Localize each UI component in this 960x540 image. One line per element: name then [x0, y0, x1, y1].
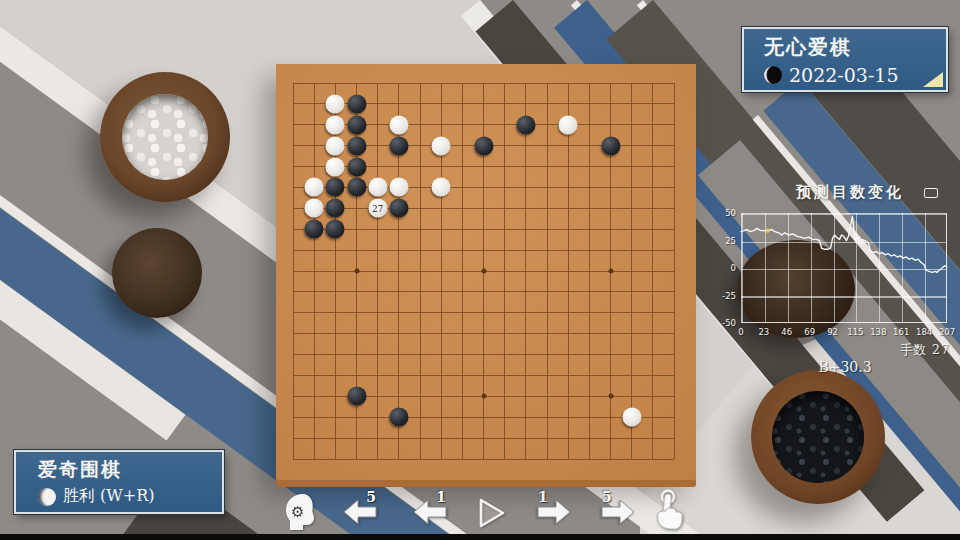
- white-stone: [305, 199, 324, 218]
- bottom-black-strip: [0, 534, 960, 540]
- white-stone: [368, 178, 387, 197]
- star-point: [608, 394, 613, 399]
- white-stone: [326, 136, 345, 155]
- svg-text:⚙: ⚙: [291, 503, 304, 521]
- black-stone: [347, 94, 366, 113]
- white-stone: [432, 136, 451, 155]
- white-stones-pile: [122, 94, 208, 180]
- head-gear-icon: ⚙: [281, 492, 321, 532]
- white-player-name: 爱奇围棋: [38, 457, 222, 483]
- white-stone: [559, 115, 578, 134]
- board-line: [589, 83, 590, 459]
- black-stone: [347, 115, 366, 134]
- board-line: [293, 417, 674, 418]
- replay-toolbar: ⚙ 5 1: [268, 484, 708, 536]
- board-line: [293, 459, 674, 460]
- board-line: [293, 438, 674, 439]
- star-point: [354, 269, 359, 274]
- board-line: [293, 291, 674, 292]
- black-stone: [389, 136, 408, 155]
- black-stone: [347, 136, 366, 155]
- game-date: 2022-03-15: [789, 64, 899, 86]
- black-stone: [601, 136, 620, 155]
- forward-1-button[interactable]: 1: [536, 498, 572, 526]
- move-number-label: 27: [372, 204, 383, 213]
- white-stone: [326, 115, 345, 134]
- board-line: [631, 83, 632, 459]
- arrow-right-icon: [600, 498, 636, 526]
- move-counter: 手数 27: [860, 342, 950, 359]
- black-player-panel: 无心爱棋 2022-03-15: [742, 27, 948, 92]
- black-stone-bowl: [751, 370, 885, 504]
- black-stone: [347, 178, 366, 197]
- screen: 27 预测目数变化 50250-25-500234669921151381611…: [0, 0, 960, 540]
- board-line: [293, 312, 674, 313]
- white-stone-icon: [38, 488, 56, 506]
- black-stone: [305, 220, 324, 239]
- board-line: [504, 83, 505, 459]
- arrow-left-icon: [342, 498, 378, 526]
- black-stone-icon: [764, 66, 782, 84]
- board-line: [293, 354, 674, 355]
- window-restore-icon[interactable]: [924, 188, 938, 198]
- white-player-panel: 爱奇围棋 胜利 (W+R): [14, 450, 224, 514]
- black-stones-pile: [772, 391, 863, 482]
- board-line: [293, 333, 674, 334]
- chart-line-plot: [741, 213, 947, 323]
- black-stone: [389, 199, 408, 218]
- star-point: [481, 269, 486, 274]
- black-stone: [474, 136, 493, 155]
- board-line: [547, 83, 548, 459]
- forward-5-button[interactable]: 5: [600, 498, 636, 526]
- white-stone: [326, 94, 345, 113]
- play-icon: [478, 497, 506, 529]
- black-stone: [326, 220, 345, 239]
- white-stone: [622, 408, 641, 427]
- go-board-grid: 27: [293, 83, 674, 459]
- star-point: [481, 394, 486, 399]
- white-stone: [389, 178, 408, 197]
- board-line: [568, 83, 569, 459]
- tap-navigate-button[interactable]: [648, 486, 693, 536]
- play-button[interactable]: [478, 497, 506, 529]
- board-line: [293, 375, 674, 376]
- tap-hand-icon: [648, 486, 693, 536]
- black-stone: [326, 199, 345, 218]
- star-point: [608, 269, 613, 274]
- white-stone: [389, 115, 408, 134]
- panel-corner-triangle[interactable]: [923, 72, 943, 87]
- white-stone: [326, 157, 345, 176]
- go-board[interactable]: 27: [276, 64, 696, 480]
- ai-analysis-button[interactable]: ⚙: [281, 492, 321, 532]
- white-stone-bowl: [100, 72, 230, 202]
- back-5-button[interactable]: 5: [342, 498, 378, 526]
- black-stone: [389, 408, 408, 427]
- black-stone: [516, 115, 535, 134]
- move-counter-label: 手数: [900, 342, 927, 357]
- arrow-left-icon: [412, 498, 448, 526]
- score-lead: B+30.3: [800, 359, 890, 375]
- white-stone: [432, 178, 451, 197]
- white-stone-marked: 27: [368, 199, 387, 218]
- black-stone: [347, 387, 366, 406]
- white-stone: [305, 178, 324, 197]
- board-line: [674, 83, 675, 459]
- black-player-name: 无心爱棋: [764, 34, 946, 61]
- board-line: [652, 83, 653, 459]
- white-bowl-lid: [112, 228, 202, 318]
- black-stone: [326, 178, 345, 197]
- board-line: [525, 83, 526, 459]
- game-result: 胜利 (W+R): [63, 486, 154, 507]
- move-counter-value: 27: [932, 342, 950, 357]
- back-1-button[interactable]: 1: [412, 498, 448, 526]
- black-stone: [347, 157, 366, 176]
- chart-title: 预测目数变化: [765, 183, 935, 202]
- arrow-right-icon: [536, 498, 572, 526]
